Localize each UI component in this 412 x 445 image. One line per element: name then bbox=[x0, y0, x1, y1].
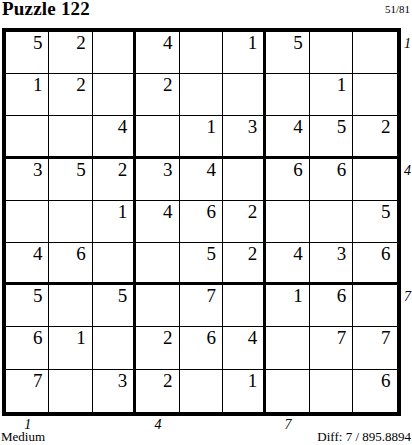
row-label-1: 1 bbox=[404, 37, 412, 51]
cell-r1c2[interactable]: 2 bbox=[49, 32, 92, 74]
cell-r6c9[interactable]: 6 bbox=[353, 243, 396, 285]
cell-r1c6[interactable]: 1 bbox=[223, 32, 266, 74]
cell-r5c4[interactable]: 4 bbox=[136, 201, 179, 243]
cell-r8c7[interactable] bbox=[266, 327, 309, 369]
cell-r3c5[interactable]: 1 bbox=[180, 116, 223, 158]
row-label-7: 7 bbox=[404, 290, 412, 304]
cell-r9c7[interactable] bbox=[266, 370, 309, 412]
cell-r4c1[interactable]: 3 bbox=[6, 159, 49, 201]
cell-r9c3[interactable]: 3 bbox=[93, 370, 136, 412]
cell-r6c3[interactable] bbox=[93, 243, 136, 285]
cell-r3c1[interactable] bbox=[6, 116, 49, 158]
cell-r5c9[interactable]: 5 bbox=[353, 201, 396, 243]
cell-r3c2[interactable] bbox=[49, 116, 92, 158]
cell-r9c2[interactable] bbox=[49, 370, 92, 412]
cell-r8c9[interactable]: 7 bbox=[353, 327, 396, 369]
cell-r2c5[interactable] bbox=[180, 74, 223, 116]
cell-r8c4[interactable]: 2 bbox=[136, 327, 179, 369]
cell-r1c1[interactable]: 5 bbox=[6, 32, 49, 74]
cell-r9c6[interactable]: 1 bbox=[223, 370, 266, 412]
cell-r5c1[interactable] bbox=[6, 201, 49, 243]
cell-r7c4[interactable] bbox=[136, 285, 179, 327]
cell-r2c8[interactable]: 1 bbox=[310, 74, 353, 116]
cell-r6c8[interactable]: 3 bbox=[310, 243, 353, 285]
cell-r2c7[interactable] bbox=[266, 74, 309, 116]
cell-r3c4[interactable] bbox=[136, 116, 179, 158]
cell-r6c7[interactable]: 4 bbox=[266, 243, 309, 285]
cell-r1c4[interactable]: 4 bbox=[136, 32, 179, 74]
diff-score: Diff: 7 / 895.8894 bbox=[317, 429, 411, 445]
cell-r3c7[interactable]: 4 bbox=[266, 116, 309, 158]
cell-r2c6[interactable] bbox=[223, 74, 266, 116]
cell-r1c7[interactable]: 5 bbox=[266, 32, 309, 74]
cell-r5c7[interactable] bbox=[266, 201, 309, 243]
filled-count: 51/81 bbox=[385, 3, 410, 15]
cell-r6c6[interactable]: 2 bbox=[223, 243, 266, 285]
cell-r1c9[interactable] bbox=[353, 32, 396, 74]
cell-r4c7[interactable]: 6 bbox=[266, 159, 309, 201]
cell-r8c8[interactable]: 7 bbox=[310, 327, 353, 369]
cell-r6c4[interactable] bbox=[136, 243, 179, 285]
cell-r9c8[interactable] bbox=[310, 370, 353, 412]
cell-r3c3[interactable]: 4 bbox=[93, 116, 136, 158]
cell-r5c6[interactable]: 2 bbox=[223, 201, 266, 243]
cell-r4c8[interactable]: 6 bbox=[310, 159, 353, 201]
cell-r7c9[interactable] bbox=[353, 285, 396, 327]
cell-r5c8[interactable] bbox=[310, 201, 353, 243]
sudoku-board: 5241512214134523523466146254652436557166… bbox=[2, 28, 401, 416]
cell-r9c4[interactable]: 2 bbox=[136, 370, 179, 412]
cell-r1c5[interactable] bbox=[180, 32, 223, 74]
cell-r4c2[interactable]: 5 bbox=[49, 159, 92, 201]
col-label-4: 4 bbox=[136, 418, 179, 432]
cell-r9c9[interactable]: 6 bbox=[353, 370, 396, 412]
cell-r4c4[interactable]: 3 bbox=[136, 159, 179, 201]
cell-r3c8[interactable]: 5 bbox=[310, 116, 353, 158]
cell-r6c5[interactable]: 5 bbox=[180, 243, 223, 285]
puzzle-title: Puzzle 122 bbox=[2, 0, 90, 20]
cell-r9c1[interactable]: 7 bbox=[6, 370, 49, 412]
cell-r7c2[interactable] bbox=[49, 285, 92, 327]
cell-r1c8[interactable] bbox=[310, 32, 353, 74]
cell-r9c5[interactable] bbox=[180, 370, 223, 412]
cell-r5c3[interactable]: 1 bbox=[93, 201, 136, 243]
cell-r4c5[interactable]: 4 bbox=[180, 159, 223, 201]
cell-r8c1[interactable]: 6 bbox=[6, 327, 49, 369]
cell-r2c9[interactable] bbox=[353, 74, 396, 116]
cell-r8c3[interactable] bbox=[93, 327, 136, 369]
cell-r1c3[interactable] bbox=[93, 32, 136, 74]
cell-r2c1[interactable]: 1 bbox=[6, 74, 49, 116]
cell-r4c6[interactable] bbox=[223, 159, 266, 201]
cell-r2c3[interactable] bbox=[93, 74, 136, 116]
cell-r7c8[interactable]: 6 bbox=[310, 285, 353, 327]
cell-r6c2[interactable]: 6 bbox=[49, 243, 92, 285]
difficulty-label: Medium bbox=[1, 429, 45, 445]
cell-r4c3[interactable]: 2 bbox=[93, 159, 136, 201]
cell-r8c5[interactable]: 6 bbox=[180, 327, 223, 369]
cell-r3c9[interactable]: 2 bbox=[353, 116, 396, 158]
cell-r2c4[interactable]: 2 bbox=[136, 74, 179, 116]
cell-r6c1[interactable]: 4 bbox=[6, 243, 49, 285]
row-label-4: 4 bbox=[404, 164, 412, 178]
cell-r7c6[interactable] bbox=[223, 285, 266, 327]
cell-r3c6[interactable]: 3 bbox=[223, 116, 266, 158]
cell-r5c5[interactable]: 6 bbox=[180, 201, 223, 243]
cell-r4c9[interactable] bbox=[353, 159, 396, 201]
cell-r7c3[interactable]: 5 bbox=[93, 285, 136, 327]
cell-r8c2[interactable]: 1 bbox=[49, 327, 92, 369]
cell-r7c1[interactable]: 5 bbox=[6, 285, 49, 327]
cell-r7c5[interactable]: 7 bbox=[180, 285, 223, 327]
cell-r5c2[interactable] bbox=[49, 201, 92, 243]
col-label-7: 7 bbox=[266, 418, 309, 432]
cell-r8c6[interactable]: 4 bbox=[223, 327, 266, 369]
cell-r7c7[interactable]: 1 bbox=[266, 285, 309, 327]
cell-r2c2[interactable]: 2 bbox=[49, 74, 92, 116]
